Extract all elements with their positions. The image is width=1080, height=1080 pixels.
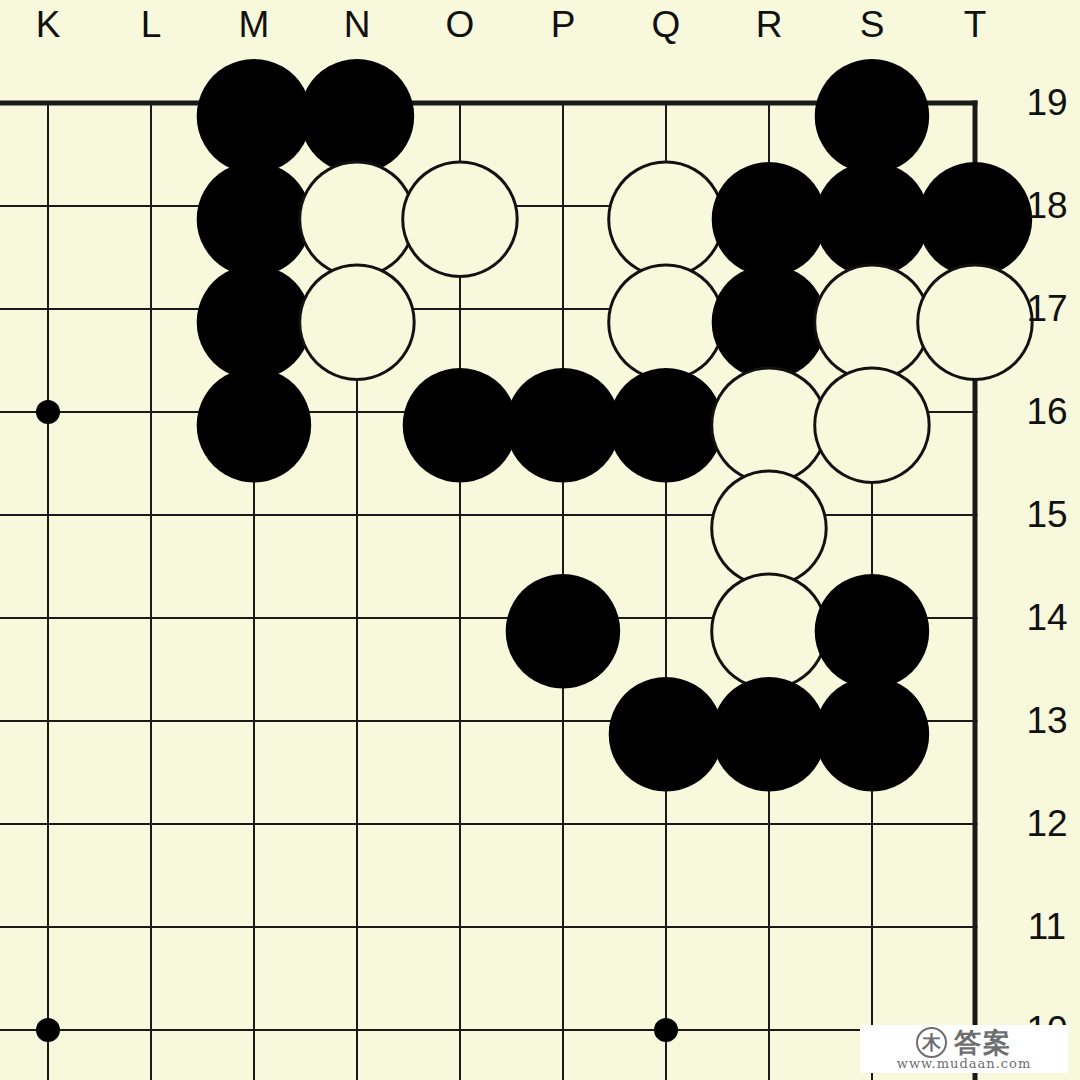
column-label-M: M bbox=[224, 0, 284, 50]
row-label-11: 11 bbox=[1012, 902, 1080, 952]
row-label-14: 14 bbox=[1012, 593, 1080, 643]
column-label-O: O bbox=[430, 0, 490, 50]
watermark: 木 答案 www.mudaan.com bbox=[860, 1025, 1068, 1073]
column-label-K: K bbox=[18, 0, 78, 50]
white-stone-S16[interactable]: ● bbox=[821, 361, 924, 464]
black-stone-P16[interactable]: ● bbox=[512, 361, 615, 464]
column-label-T: T bbox=[945, 0, 1005, 50]
column-label-N: N bbox=[327, 0, 387, 50]
black-stone-P14[interactable]: ● bbox=[512, 567, 615, 670]
column-label-S: S bbox=[842, 0, 902, 50]
stones-layer[interactable]: ●●●●●●●●●●●●●●●●●●●●●●●●●●●●● bbox=[0, 52, 1027, 1080]
row-label-17: 17 bbox=[1012, 284, 1080, 334]
column-label-P: P bbox=[533, 0, 593, 50]
row-label-15: 15 bbox=[1012, 490, 1080, 540]
row-label-12: 12 bbox=[1012, 799, 1080, 849]
row-label-13: 13 bbox=[1012, 696, 1080, 746]
watermark-row: 木 答案 bbox=[916, 1028, 1012, 1058]
black-stone-O16[interactable]: ● bbox=[409, 361, 512, 464]
black-stone-R13[interactable]: ● bbox=[718, 670, 821, 773]
column-label-Q: Q bbox=[636, 0, 696, 50]
watermark-logo-char: 木 bbox=[922, 1030, 941, 1056]
row-label-18: 18 bbox=[1012, 181, 1080, 231]
row-label-16: 16 bbox=[1012, 387, 1080, 437]
black-stone-Q16[interactable]: ● bbox=[615, 361, 718, 464]
black-stone-Q13[interactable]: ● bbox=[615, 670, 718, 773]
black-stone-M16[interactable]: ● bbox=[203, 361, 306, 464]
row-label-19: 19 bbox=[1012, 78, 1080, 128]
go-board-diagram: ●●●●●●●●●●●●●●●●●●●●●●●●●●●●● KLMNOPQRST… bbox=[0, 0, 1080, 1080]
column-label-R: R bbox=[739, 0, 799, 50]
watermark-url: www.mudaan.com bbox=[897, 1056, 1031, 1071]
black-stone-S13[interactable]: ● bbox=[821, 670, 924, 773]
column-label-L: L bbox=[121, 0, 181, 50]
watermark-logo-icon: 木 bbox=[916, 1027, 947, 1058]
white-stone-O18[interactable]: ● bbox=[409, 155, 512, 258]
white-stone-N17[interactable]: ● bbox=[306, 258, 409, 361]
